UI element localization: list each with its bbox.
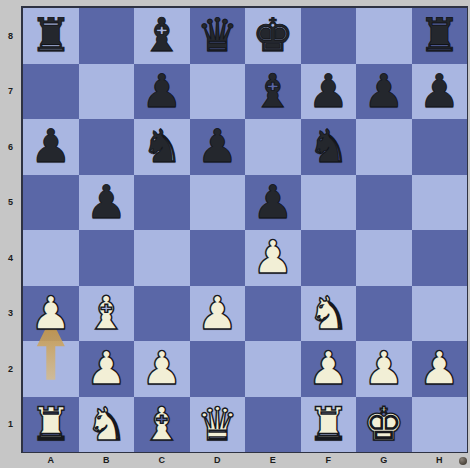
square-a7[interactable] xyxy=(23,64,79,120)
square-c1[interactable]: ♝ xyxy=(134,397,190,453)
square-b3[interactable]: ♝ xyxy=(79,286,135,342)
rank-label-4: 4 xyxy=(0,230,21,286)
square-e8[interactable]: ♚ xyxy=(245,8,301,64)
rank-labels: 87654321 xyxy=(0,8,21,452)
rank-label-6: 6 xyxy=(0,119,21,175)
square-a3[interactable]: ♟ xyxy=(23,286,79,342)
square-f7[interactable]: ♟ xyxy=(301,64,357,120)
square-e1[interactable] xyxy=(245,397,301,453)
black-pawn-f7[interactable]: ♟ xyxy=(308,64,349,120)
file-label-b: B xyxy=(79,452,135,468)
corner-dot xyxy=(459,457,467,465)
square-h8[interactable]: ♜ xyxy=(412,8,468,64)
square-e4[interactable]: ♟ xyxy=(245,230,301,286)
square-h6[interactable] xyxy=(412,119,468,175)
white-pawn-a3[interactable]: ♟ xyxy=(30,286,71,342)
square-d8[interactable]: ♛ xyxy=(190,8,246,64)
square-b2[interactable]: ♟ xyxy=(79,341,135,397)
white-knight-b1[interactable]: ♞ xyxy=(86,397,127,453)
rank-label-2: 2 xyxy=(0,341,21,397)
square-a2[interactable] xyxy=(23,341,79,397)
board: ♜♝♛♚♜♟♝♟♟♟♟♞♟♞♟♟♟♟♝♟♞♟♟♟♟♟♜♞♝♛♜♚ xyxy=(23,8,467,452)
white-pawn-b2[interactable]: ♟ xyxy=(86,341,127,397)
white-rook-a1[interactable]: ♜ xyxy=(30,397,71,453)
white-bishop-c1[interactable]: ♝ xyxy=(141,397,182,453)
white-pawn-c2[interactable]: ♟ xyxy=(141,341,182,397)
black-pawn-e5[interactable]: ♟ xyxy=(252,175,293,231)
square-a1[interactable]: ♜ xyxy=(23,397,79,453)
square-d5[interactable] xyxy=(190,175,246,231)
square-c7[interactable]: ♟ xyxy=(134,64,190,120)
square-h7[interactable]: ♟ xyxy=(412,64,468,120)
square-b5[interactable]: ♟ xyxy=(79,175,135,231)
square-c4[interactable] xyxy=(134,230,190,286)
rank-label-7: 7 xyxy=(0,64,21,120)
square-b1[interactable]: ♞ xyxy=(79,397,135,453)
white-rook-f1[interactable]: ♜ xyxy=(308,397,349,453)
square-e5[interactable]: ♟ xyxy=(245,175,301,231)
white-pawn-f2[interactable]: ♟ xyxy=(308,341,349,397)
square-g2[interactable]: ♟ xyxy=(356,341,412,397)
square-h4[interactable] xyxy=(412,230,468,286)
square-g1[interactable]: ♚ xyxy=(356,397,412,453)
square-f4[interactable] xyxy=(301,230,357,286)
square-h2[interactable]: ♟ xyxy=(412,341,468,397)
square-f5[interactable] xyxy=(301,175,357,231)
square-g5[interactable] xyxy=(356,175,412,231)
square-f6[interactable]: ♞ xyxy=(301,119,357,175)
square-g8[interactable] xyxy=(356,8,412,64)
rank-label-8: 8 xyxy=(0,8,21,64)
square-d7[interactable] xyxy=(190,64,246,120)
square-e2[interactable] xyxy=(245,341,301,397)
square-h5[interactable] xyxy=(412,175,468,231)
black-king-e8[interactable]: ♚ xyxy=(252,8,293,64)
square-c8[interactable]: ♝ xyxy=(134,8,190,64)
square-b8[interactable] xyxy=(79,8,135,64)
black-bishop-c8[interactable]: ♝ xyxy=(141,8,182,64)
square-g4[interactable] xyxy=(356,230,412,286)
white-pawn-d3[interactable]: ♟ xyxy=(197,286,238,342)
square-b4[interactable] xyxy=(79,230,135,286)
white-bishop-b3[interactable]: ♝ xyxy=(86,286,127,342)
rank-label-1: 1 xyxy=(0,397,21,453)
square-b7[interactable] xyxy=(79,64,135,120)
square-d1[interactable]: ♛ xyxy=(190,397,246,453)
square-a6[interactable]: ♟ xyxy=(23,119,79,175)
square-a5[interactable] xyxy=(23,175,79,231)
black-bishop-e7[interactable]: ♝ xyxy=(252,64,293,120)
rank-label-3: 3 xyxy=(0,286,21,342)
square-f2[interactable]: ♟ xyxy=(301,341,357,397)
square-c6[interactable]: ♞ xyxy=(134,119,190,175)
black-pawn-h7[interactable]: ♟ xyxy=(419,64,460,120)
rank-label-5: 5 xyxy=(0,175,21,231)
square-a8[interactable]: ♜ xyxy=(23,8,79,64)
black-pawn-a6[interactable]: ♟ xyxy=(30,119,71,175)
black-rook-a8[interactable]: ♜ xyxy=(30,8,71,64)
white-king-g1[interactable]: ♚ xyxy=(363,397,404,453)
square-d2[interactable] xyxy=(190,341,246,397)
square-c5[interactable] xyxy=(134,175,190,231)
chess-board-window: 87654321 ♜♝♛♚♜♟♝♟♟♟♟♞♟♞♟♟♟♟♝♟♞♟♟♟♟♟♜♞♝♛♜… xyxy=(0,0,470,468)
square-f8[interactable] xyxy=(301,8,357,64)
square-b6[interactable] xyxy=(79,119,135,175)
square-e3[interactable] xyxy=(245,286,301,342)
black-pawn-d6[interactable]: ♟ xyxy=(197,119,238,175)
black-rook-h8[interactable]: ♜ xyxy=(419,8,460,64)
square-c2[interactable]: ♟ xyxy=(134,341,190,397)
file-label-g: G xyxy=(356,452,412,468)
square-f3[interactable]: ♞ xyxy=(301,286,357,342)
black-pawn-g7[interactable]: ♟ xyxy=(363,64,404,120)
white-pawn-g2[interactable]: ♟ xyxy=(363,341,404,397)
white-pawn-e4[interactable]: ♟ xyxy=(252,230,293,286)
black-queen-d8[interactable]: ♛ xyxy=(197,8,238,64)
white-knight-f3[interactable]: ♞ xyxy=(308,286,349,342)
square-d6[interactable]: ♟ xyxy=(190,119,246,175)
square-h3[interactable] xyxy=(412,286,468,342)
file-label-c: C xyxy=(134,452,190,468)
square-h1[interactable] xyxy=(412,397,468,453)
file-label-a: A xyxy=(23,452,79,468)
file-label-f: F xyxy=(301,452,357,468)
file-label-e: E xyxy=(245,452,301,468)
square-f1[interactable]: ♜ xyxy=(301,397,357,453)
white-queen-d1[interactable]: ♛ xyxy=(197,397,238,453)
black-pawn-b5[interactable]: ♟ xyxy=(86,175,127,231)
white-pawn-h2[interactable]: ♟ xyxy=(419,341,460,397)
square-g7[interactable]: ♟ xyxy=(356,64,412,120)
file-labels: ABCDEFGH xyxy=(23,452,467,468)
square-d3[interactable]: ♟ xyxy=(190,286,246,342)
square-d4[interactable] xyxy=(190,230,246,286)
square-g6[interactable] xyxy=(356,119,412,175)
square-e6[interactable] xyxy=(245,119,301,175)
square-e7[interactable]: ♝ xyxy=(245,64,301,120)
black-knight-f6[interactable]: ♞ xyxy=(308,119,349,175)
black-knight-c6[interactable]: ♞ xyxy=(141,119,182,175)
square-g3[interactable] xyxy=(356,286,412,342)
square-a4[interactable] xyxy=(23,230,79,286)
board-frame: ♜♝♛♚♜♟♝♟♟♟♟♞♟♞♟♟♟♟♝♟♞♟♟♟♟♟♜♞♝♛♜♚ xyxy=(21,6,468,453)
file-label-d: D xyxy=(190,452,246,468)
black-pawn-c7[interactable]: ♟ xyxy=(141,64,182,120)
square-c3[interactable] xyxy=(134,286,190,342)
